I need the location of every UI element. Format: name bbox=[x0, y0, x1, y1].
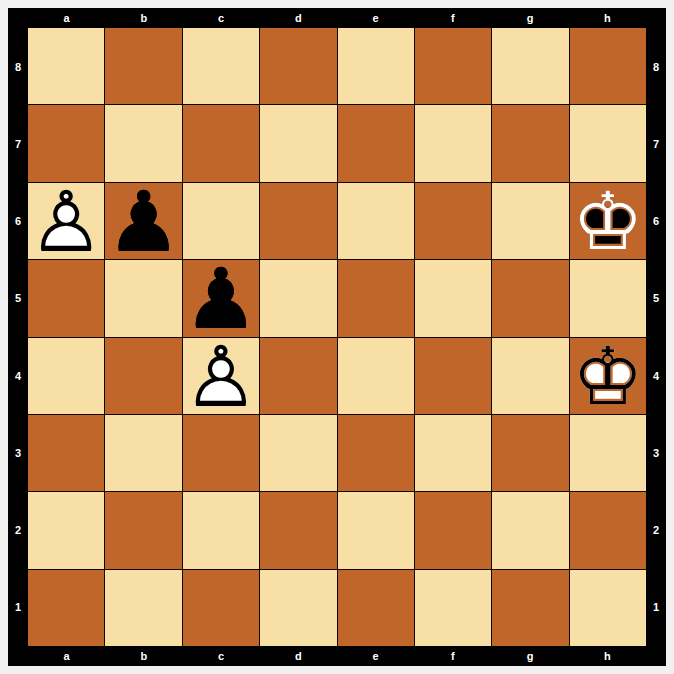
square-a7[interactable] bbox=[28, 105, 104, 181]
square-e8[interactable] bbox=[338, 28, 414, 104]
square-c4[interactable]: ♟♙ bbox=[183, 338, 259, 414]
white-pawn[interactable]: ♟♙ bbox=[28, 183, 104, 259]
black-pawn[interactable]: ♟♙ bbox=[105, 183, 181, 259]
square-f2[interactable] bbox=[415, 492, 491, 568]
square-f6[interactable] bbox=[415, 183, 491, 259]
square-h5[interactable] bbox=[570, 260, 646, 336]
rank-label-4-right: 4 bbox=[646, 337, 666, 414]
black-king[interactable]: ♚♔ bbox=[570, 183, 646, 259]
black-pawn-outline: ♙ bbox=[183, 260, 259, 336]
square-c7[interactable] bbox=[183, 105, 259, 181]
file-label-g-top: g bbox=[492, 8, 569, 28]
square-b2[interactable] bbox=[105, 492, 181, 568]
square-d6[interactable] bbox=[260, 183, 336, 259]
square-b4[interactable] bbox=[105, 338, 181, 414]
rank-label-7-right: 7 bbox=[646, 105, 666, 182]
rank-label-6-left: 6 bbox=[8, 183, 28, 260]
square-h6[interactable]: ♚♔ bbox=[570, 183, 646, 259]
square-f7[interactable] bbox=[415, 105, 491, 181]
chess-board: ♟♙♟♙♚♔♟♙♟♙♚♔ bbox=[28, 28, 646, 646]
white-pawn-outline: ♙ bbox=[183, 338, 259, 414]
file-label-b-bottom: b bbox=[105, 646, 182, 666]
file-label-d-top: d bbox=[260, 8, 337, 28]
square-g5[interactable] bbox=[492, 260, 568, 336]
file-labels-bottom: abcdefgh bbox=[28, 646, 646, 666]
square-d8[interactable] bbox=[260, 28, 336, 104]
rank-label-3-right: 3 bbox=[646, 414, 666, 491]
square-g7[interactable] bbox=[492, 105, 568, 181]
square-e3[interactable] bbox=[338, 415, 414, 491]
file-label-g-bottom: g bbox=[492, 646, 569, 666]
square-a4[interactable] bbox=[28, 338, 104, 414]
square-e1[interactable] bbox=[338, 570, 414, 646]
square-g1[interactable] bbox=[492, 570, 568, 646]
file-label-f-top: f bbox=[414, 8, 491, 28]
square-b3[interactable] bbox=[105, 415, 181, 491]
file-label-c-bottom: c bbox=[183, 646, 260, 666]
square-b5[interactable] bbox=[105, 260, 181, 336]
square-b1[interactable] bbox=[105, 570, 181, 646]
square-a3[interactable] bbox=[28, 415, 104, 491]
white-king-outline: ♔ bbox=[570, 338, 646, 414]
rank-label-2-left: 2 bbox=[8, 492, 28, 569]
file-labels-top: abcdefgh bbox=[28, 8, 646, 28]
square-h4[interactable]: ♚♔ bbox=[570, 338, 646, 414]
square-f3[interactable] bbox=[415, 415, 491, 491]
square-d3[interactable] bbox=[260, 415, 336, 491]
square-b6[interactable]: ♟♙ bbox=[105, 183, 181, 259]
square-c6[interactable] bbox=[183, 183, 259, 259]
square-a6[interactable]: ♟♙ bbox=[28, 183, 104, 259]
square-h7[interactable] bbox=[570, 105, 646, 181]
square-c8[interactable] bbox=[183, 28, 259, 104]
file-label-h-bottom: h bbox=[569, 646, 646, 666]
square-b7[interactable] bbox=[105, 105, 181, 181]
square-a8[interactable] bbox=[28, 28, 104, 104]
black-pawn[interactable]: ♟♙ bbox=[183, 260, 259, 336]
rank-label-8-right: 8 bbox=[646, 28, 666, 105]
file-label-h-top: h bbox=[569, 8, 646, 28]
rank-label-8-left: 8 bbox=[8, 28, 28, 105]
square-d2[interactable] bbox=[260, 492, 336, 568]
file-label-a-bottom: a bbox=[28, 646, 105, 666]
rank-label-6-right: 6 bbox=[646, 183, 666, 260]
square-g6[interactable] bbox=[492, 183, 568, 259]
rank-label-3-left: 3 bbox=[8, 414, 28, 491]
square-d5[interactable] bbox=[260, 260, 336, 336]
white-pawn-outline: ♙ bbox=[28, 183, 104, 259]
file-label-d-bottom: d bbox=[260, 646, 337, 666]
square-g2[interactable] bbox=[492, 492, 568, 568]
rank-label-1-right: 1 bbox=[646, 569, 666, 646]
square-f4[interactable] bbox=[415, 338, 491, 414]
square-e7[interactable] bbox=[338, 105, 414, 181]
rank-label-5-left: 5 bbox=[8, 260, 28, 337]
chess-board-frame: abcdefgh abcdefgh 87654321 87654321 ♟♙♟♙… bbox=[8, 8, 666, 666]
square-b8[interactable] bbox=[105, 28, 181, 104]
square-e2[interactable] bbox=[338, 492, 414, 568]
black-pawn-outline: ♙ bbox=[105, 183, 181, 259]
black-king-outline: ♔ bbox=[570, 183, 646, 259]
file-label-f-bottom: f bbox=[414, 646, 491, 666]
square-e4[interactable] bbox=[338, 338, 414, 414]
file-label-a-top: a bbox=[28, 8, 105, 28]
square-h2[interactable] bbox=[570, 492, 646, 568]
rank-label-2-right: 2 bbox=[646, 492, 666, 569]
square-h1[interactable] bbox=[570, 570, 646, 646]
square-h8[interactable] bbox=[570, 28, 646, 104]
square-h3[interactable] bbox=[570, 415, 646, 491]
white-pawn[interactable]: ♟♙ bbox=[183, 338, 259, 414]
square-f8[interactable] bbox=[415, 28, 491, 104]
rank-label-1-left: 1 bbox=[8, 569, 28, 646]
file-label-b-top: b bbox=[105, 8, 182, 28]
square-c3[interactable] bbox=[183, 415, 259, 491]
square-c2[interactable] bbox=[183, 492, 259, 568]
square-d7[interactable] bbox=[260, 105, 336, 181]
rank-label-7-left: 7 bbox=[8, 105, 28, 182]
square-g8[interactable] bbox=[492, 28, 568, 104]
rank-label-5-right: 5 bbox=[646, 260, 666, 337]
square-d1[interactable] bbox=[260, 570, 336, 646]
square-c5[interactable]: ♟♙ bbox=[183, 260, 259, 336]
rank-labels-right: 87654321 bbox=[646, 28, 666, 646]
file-label-e-bottom: e bbox=[337, 646, 414, 666]
square-g4[interactable] bbox=[492, 338, 568, 414]
file-label-c-top: c bbox=[183, 8, 260, 28]
square-a5[interactable] bbox=[28, 260, 104, 336]
square-d4[interactable] bbox=[260, 338, 336, 414]
square-a1[interactable] bbox=[28, 570, 104, 646]
rank-label-4-left: 4 bbox=[8, 337, 28, 414]
square-f5[interactable] bbox=[415, 260, 491, 336]
square-c1[interactable] bbox=[183, 570, 259, 646]
square-e5[interactable] bbox=[338, 260, 414, 336]
square-g3[interactable] bbox=[492, 415, 568, 491]
rank-labels-left: 87654321 bbox=[8, 28, 28, 646]
file-label-e-top: e bbox=[337, 8, 414, 28]
square-f1[interactable] bbox=[415, 570, 491, 646]
square-a2[interactable] bbox=[28, 492, 104, 568]
page: abcdefgh abcdefgh 87654321 87654321 ♟♙♟♙… bbox=[0, 0, 674, 674]
white-king[interactable]: ♚♔ bbox=[570, 338, 646, 414]
square-e6[interactable] bbox=[338, 183, 414, 259]
